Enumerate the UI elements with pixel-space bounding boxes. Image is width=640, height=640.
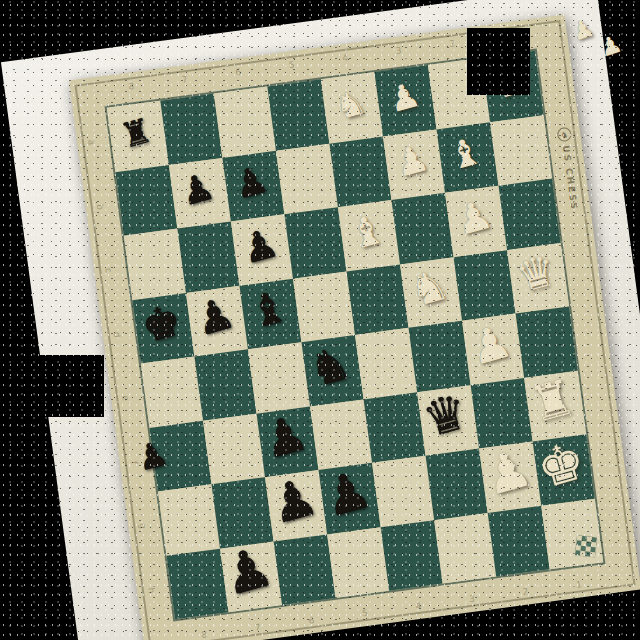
square-c3[interactable] (391, 193, 453, 264)
square-g8[interactable] (158, 484, 220, 555)
square-a3[interactable]: ♟ (374, 65, 436, 136)
piece-wB-c4[interactable]: ♝ (344, 208, 389, 256)
square-g4[interactable] (372, 456, 434, 527)
square-f3[interactable]: ♛ (417, 385, 479, 456)
square-c6[interactable]: ♟ (231, 214, 293, 285)
coord-label: 6 (211, 64, 266, 81)
board-brand: ♞ US CHESS (553, 126, 584, 212)
square-a6[interactable] (214, 86, 276, 157)
square-a5[interactable] (267, 79, 329, 150)
square-g2[interactable]: ♟ (479, 441, 541, 512)
coord-label: 7 (230, 619, 285, 636)
piece-wP-b3[interactable]: ♟ (391, 139, 433, 184)
square-b4[interactable] (329, 136, 391, 207)
square-b8[interactable] (115, 165, 177, 236)
coord-label: 4 (318, 49, 373, 66)
square-b3[interactable]: ♟ (383, 129, 445, 200)
square-f6[interactable]: ♟ (256, 406, 318, 477)
piece-bQ-f3[interactable]: ♛ (418, 386, 473, 445)
piece-wP-c2[interactable]: ♟ (451, 194, 496, 242)
piece-wP-a3[interactable]: ♟ (384, 77, 423, 118)
square-b7[interactable]: ♟ (169, 157, 231, 228)
coord-label: 5 (337, 605, 392, 622)
square-h4[interactable] (381, 520, 443, 591)
square-d7[interactable]: ♟ (186, 285, 248, 356)
square-a7[interactable] (160, 94, 222, 165)
square-f4[interactable] (364, 392, 426, 463)
square-a8[interactable]: ♜ (107, 101, 169, 172)
coord-label: 1 (552, 576, 607, 593)
coord-label: 2 (498, 583, 553, 600)
square-h6[interactable] (274, 534, 336, 605)
square-b6[interactable]: ♟ (222, 150, 284, 221)
piece-wR-f1[interactable]: ♜ (525, 372, 580, 431)
square-c1[interactable] (499, 179, 561, 250)
square-h3[interactable] (434, 513, 496, 584)
piece-bK-d8[interactable]: ♚ (137, 298, 186, 350)
square-e2[interactable]: ♟ (462, 314, 524, 385)
square-d1[interactable]: ♛ (507, 242, 569, 313)
piece-bP-c6[interactable]: ♟ (237, 222, 282, 270)
square-c8[interactable] (124, 229, 186, 300)
piece-bP-b7[interactable]: ♟ (177, 167, 219, 212)
coord-label: 3 (371, 42, 426, 59)
square-h7[interactable]: ♟ (220, 541, 282, 612)
piece-wK-g1[interactable]: ♚ (531, 434, 590, 497)
square-e7[interactable] (194, 349, 256, 420)
square-c7[interactable] (177, 221, 239, 292)
piece-bP-b6[interactable]: ♟ (230, 160, 272, 205)
piece-bN-e5[interactable]: ♞ (304, 339, 356, 394)
piece-bP-g5[interactable]: ♟ (317, 462, 376, 525)
corner-checkerboard-logo-icon (575, 535, 597, 557)
square-b5[interactable] (276, 143, 338, 214)
brand-knight-circle-icon: ♞ (556, 127, 572, 143)
coord-label: 3 (444, 590, 499, 607)
piece-bP-h7[interactable]: ♟ (217, 539, 279, 605)
square-e5[interactable]: ♞ (301, 335, 363, 406)
square-e6[interactable] (248, 342, 310, 413)
piece-wB-b2[interactable]: ♝ (445, 132, 487, 177)
square-b2[interactable]: ♝ (436, 122, 498, 193)
coord-label: 7 (157, 71, 212, 88)
coord-label: 4 (391, 597, 446, 614)
coord-label: 8 (177, 626, 232, 640)
piece-bR-a8[interactable]: ♜ (117, 113, 156, 154)
chess-board: 87654321 87654321 abcdefgh ♞ US CHESS ♜♞… (69, 14, 640, 640)
redaction-box-1 (467, 28, 530, 95)
square-b1[interactable] (490, 115, 552, 186)
square-c4[interactable]: ♝ (338, 200, 400, 271)
square-f1[interactable]: ♜ (524, 370, 586, 441)
square-d8[interactable]: ♚ (132, 292, 194, 363)
square-h5[interactable] (327, 527, 389, 598)
square-f7[interactable] (203, 413, 265, 484)
piece-wN-d3[interactable]: ♞ (404, 263, 453, 315)
square-e1[interactable] (516, 306, 578, 377)
square-h2[interactable] (488, 505, 550, 576)
piece-wP-e2[interactable]: ♟ (465, 317, 517, 372)
square-g7[interactable] (211, 477, 273, 548)
square-f2[interactable] (471, 378, 533, 449)
coord-label: 5 (264, 56, 319, 73)
square-c2[interactable]: ♟ (445, 186, 507, 257)
piece-bP-f6[interactable]: ♟ (257, 408, 312, 467)
square-g6[interactable]: ♟ (265, 470, 327, 541)
square-e3[interactable] (409, 321, 471, 392)
square-f8[interactable] (149, 420, 211, 491)
piece-bB-d6[interactable]: ♝ (244, 284, 293, 336)
square-c5[interactable] (284, 207, 346, 278)
piece-bP-g6[interactable]: ♟ (264, 470, 323, 533)
square-g5[interactable]: ♟ (319, 463, 381, 534)
square-e4[interactable] (355, 328, 417, 399)
square-a4[interactable]: ♞ (321, 72, 383, 143)
square-f5[interactable] (310, 399, 372, 470)
coord-label: 8 (104, 78, 159, 95)
piece-wQ-d1[interactable]: ♛ (511, 248, 560, 300)
playing-grid: ♜♞♟♜♟♟♟♝♟♝♟♚♟♝♞♛♞♟♟♛♜♟♟♟♚♟ (107, 51, 603, 620)
square-g3[interactable] (426, 449, 488, 520)
piece-wP-g2[interactable]: ♟ (478, 441, 537, 504)
square-d2[interactable] (454, 250, 516, 321)
square-g1[interactable]: ♚ (533, 434, 595, 505)
photo-stage: 87654321 87654321 abcdefgh ♞ US CHESS ♜♞… (0, 0, 640, 640)
coord-label: 6 (284, 612, 339, 629)
square-d4[interactable] (346, 264, 408, 335)
square-e8[interactable] (141, 356, 203, 427)
square-h1[interactable] (541, 498, 603, 569)
square-d5[interactable] (293, 271, 355, 342)
brand-text: US CHESS (561, 145, 580, 212)
piece-wN-a4[interactable]: ♞ (331, 84, 370, 125)
redaction-box-2 (0, 355, 104, 417)
square-d6[interactable]: ♝ (239, 278, 301, 349)
square-d3[interactable]: ♞ (400, 257, 462, 328)
piece-bP-d7[interactable]: ♟ (190, 291, 239, 343)
